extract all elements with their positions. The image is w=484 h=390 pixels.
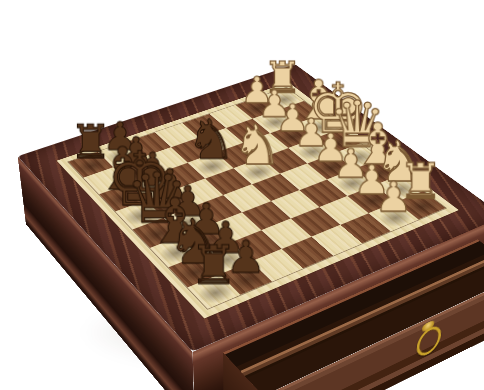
chess-set-photo: ♜♟♟♜♟♟♝♟♞♟♝♚♟♞♟♚♛♟♟♛♝♟♟♝♞♟♟♞♜♟♟♜	[0, 0, 484, 390]
chess-case: ♜♟♟♜♟♟♝♟♞♟♝♚♟♞♟♚♛♟♟♛♝♟♟♝♞♟♟♞♜♟♟♜	[18, 64, 484, 351]
drawer-ring-pull-icon	[415, 322, 442, 360]
scene-3d: ♜♟♟♜♟♟♝♟♞♟♝♚♟♞♟♚♛♟♟♛♝♟♟♝♞♟♟♞♜♟♟♜	[0, 0, 484, 390]
square-c5	[242, 201, 291, 230]
